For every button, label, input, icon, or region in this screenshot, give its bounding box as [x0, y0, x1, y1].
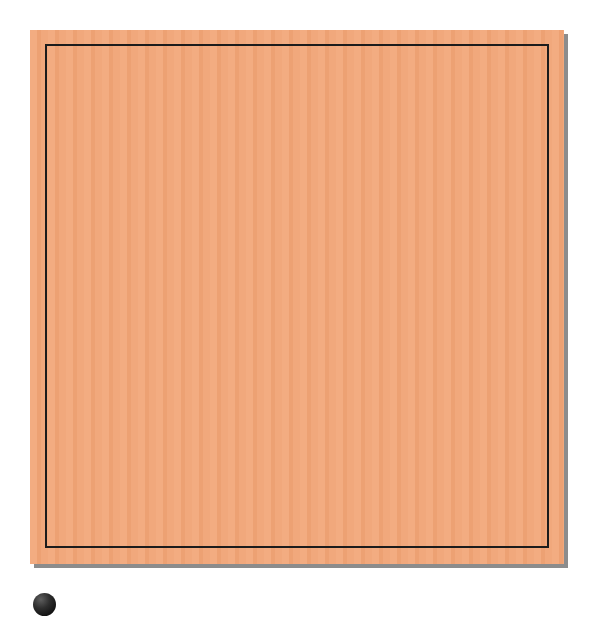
- caption-black-stone: [33, 593, 56, 616]
- go-board[interactable]: [30, 30, 564, 564]
- page: [0, 0, 600, 635]
- move-caption: [33, 593, 65, 616]
- caption-stone-number: [33, 593, 56, 616]
- stones-layer: [32, 31, 562, 561]
